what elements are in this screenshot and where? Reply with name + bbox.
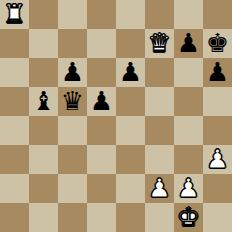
square-f6[interactable] (145, 58, 174, 87)
square-d2[interactable] (87, 174, 116, 203)
square-c2[interactable] (58, 174, 87, 203)
piece-white-rook[interactable]: ♜ (3, 0, 26, 29)
square-b5[interactable]: ♝ (29, 87, 58, 116)
square-c6[interactable]: ♟ (58, 58, 87, 87)
square-c5[interactable]: ♛ (58, 87, 87, 116)
square-h1[interactable] (203, 203, 232, 232)
square-e8[interactable] (116, 0, 145, 29)
square-f1[interactable] (145, 203, 174, 232)
square-a7[interactable] (0, 29, 29, 58)
square-g7[interactable]: ♟ (174, 29, 203, 58)
square-a3[interactable] (0, 145, 29, 174)
square-a4[interactable] (0, 116, 29, 145)
square-h5[interactable] (203, 87, 232, 116)
square-g2[interactable]: ♟ (174, 174, 203, 203)
square-e3[interactable] (116, 145, 145, 174)
piece-white-king[interactable]: ♚ (177, 203, 200, 232)
square-h4[interactable] (203, 116, 232, 145)
square-a8[interactable]: ♜ (0, 0, 29, 29)
piece-white-queen[interactable]: ♛ (148, 29, 171, 58)
square-g4[interactable] (174, 116, 203, 145)
square-b3[interactable] (29, 145, 58, 174)
piece-white-pawn[interactable]: ♟ (148, 174, 171, 203)
piece-black-pawn[interactable]: ♟ (206, 58, 229, 87)
square-d7[interactable] (87, 29, 116, 58)
square-c7[interactable] (58, 29, 87, 58)
square-b4[interactable] (29, 116, 58, 145)
square-h3[interactable]: ♟ (203, 145, 232, 174)
square-c4[interactable] (58, 116, 87, 145)
square-f5[interactable] (145, 87, 174, 116)
square-d5[interactable]: ♟ (87, 87, 116, 116)
piece-black-pawn[interactable]: ♟ (119, 58, 142, 87)
square-f7[interactable]: ♛ (145, 29, 174, 58)
square-a1[interactable] (0, 203, 29, 232)
square-d3[interactable] (87, 145, 116, 174)
square-f8[interactable] (145, 0, 174, 29)
square-e4[interactable] (116, 116, 145, 145)
square-c8[interactable] (58, 0, 87, 29)
square-e6[interactable]: ♟ (116, 58, 145, 87)
piece-white-pawn[interactable]: ♟ (206, 145, 229, 174)
square-d4[interactable] (87, 116, 116, 145)
square-b7[interactable] (29, 29, 58, 58)
square-h7[interactable]: ♚ (203, 29, 232, 58)
piece-black-bishop[interactable]: ♝ (32, 87, 55, 116)
square-h2[interactable] (203, 174, 232, 203)
square-b8[interactable] (29, 0, 58, 29)
square-a6[interactable] (0, 58, 29, 87)
square-d1[interactable] (87, 203, 116, 232)
piece-black-pawn[interactable]: ♟ (61, 58, 84, 87)
square-g8[interactable] (174, 0, 203, 29)
piece-black-king[interactable]: ♚ (206, 29, 229, 58)
piece-white-pawn[interactable]: ♟ (177, 174, 200, 203)
piece-black-pawn[interactable]: ♟ (90, 87, 113, 116)
square-e7[interactable] (116, 29, 145, 58)
square-f4[interactable] (145, 116, 174, 145)
square-e2[interactable] (116, 174, 145, 203)
square-b6[interactable] (29, 58, 58, 87)
square-b2[interactable] (29, 174, 58, 203)
square-a2[interactable] (0, 174, 29, 203)
piece-black-queen[interactable]: ♛ (61, 87, 84, 116)
square-g5[interactable] (174, 87, 203, 116)
square-g1[interactable]: ♚ (174, 203, 203, 232)
square-g6[interactable] (174, 58, 203, 87)
piece-black-pawn[interactable]: ♟ (177, 29, 200, 58)
square-c3[interactable] (58, 145, 87, 174)
square-c1[interactable] (58, 203, 87, 232)
square-h8[interactable] (203, 0, 232, 29)
chess-board: ♜♛♟♚♟♟♟♝♛♟♟♟♟♚ (0, 0, 232, 232)
square-a5[interactable] (0, 87, 29, 116)
square-h6[interactable]: ♟ (203, 58, 232, 87)
square-b1[interactable] (29, 203, 58, 232)
square-d8[interactable] (87, 0, 116, 29)
square-f3[interactable] (145, 145, 174, 174)
square-e1[interactable] (116, 203, 145, 232)
square-d6[interactable] (87, 58, 116, 87)
square-f2[interactable]: ♟ (145, 174, 174, 203)
square-g3[interactable] (174, 145, 203, 174)
square-e5[interactable] (116, 87, 145, 116)
